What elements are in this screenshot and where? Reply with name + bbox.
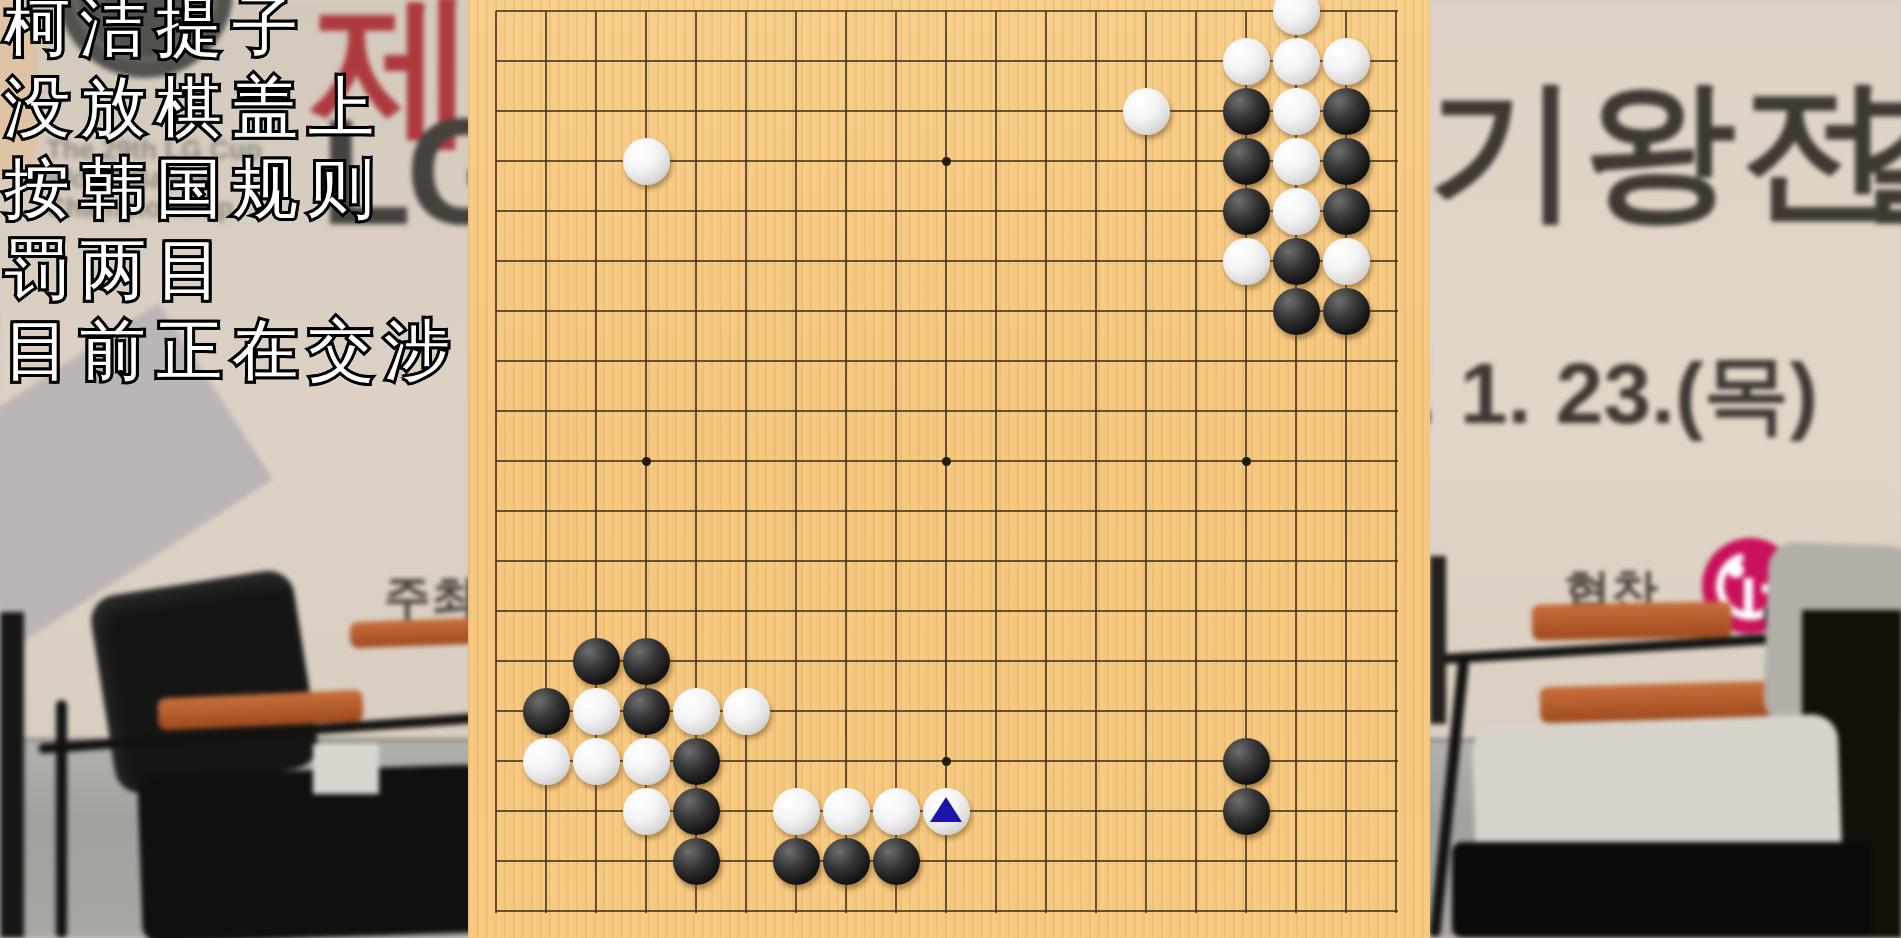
grid-line-h xyxy=(496,10,1398,12)
grid-line-v xyxy=(1145,11,1147,913)
banner-title-kiwangjeon: 기왕전 xyxy=(1428,48,1896,253)
white-stone-R17 xyxy=(1273,88,1320,135)
white-stone-S18 xyxy=(1323,38,1370,85)
white-stone-E5 xyxy=(673,688,720,735)
left-edge-chair-strip xyxy=(0,612,24,938)
white-stone-G3 xyxy=(773,788,820,835)
white-stone-C4 xyxy=(573,738,620,785)
grid-line-h xyxy=(496,310,1398,312)
white-stone-F5 xyxy=(723,688,770,735)
floor-light-patch xyxy=(313,744,379,794)
event-date: . 1. 23.(목) xyxy=(1412,336,1818,453)
right-chair-armrest xyxy=(1532,601,1733,640)
white-stone-R18 xyxy=(1273,38,1320,85)
white-stone-O17 xyxy=(1123,88,1170,135)
black-stone-R14 xyxy=(1273,238,1320,285)
grid-line-h xyxy=(496,360,1398,362)
grid-line-v xyxy=(1095,11,1097,913)
black-stone-D6 xyxy=(623,638,670,685)
grid-line-h xyxy=(496,910,1398,912)
black-stone-Q15 xyxy=(1223,188,1270,235)
white-stone-D3 xyxy=(623,788,670,835)
banner-title-partial: 결 xyxy=(1848,58,1901,254)
white-stone-R16 xyxy=(1273,138,1320,185)
star-point xyxy=(942,757,951,766)
star-point xyxy=(1242,457,1251,466)
white-stone-R15 xyxy=(1273,188,1320,235)
star-point xyxy=(942,457,951,466)
grid-line-v xyxy=(1195,11,1197,913)
grid-line-h xyxy=(496,610,1398,612)
white-stone-D4 xyxy=(623,738,670,785)
grid-line-v xyxy=(845,11,847,913)
right-edge-chair-strip xyxy=(1430,556,1446,724)
black-stone-S13 xyxy=(1323,288,1370,335)
black-stone-C6 xyxy=(573,638,620,685)
caption-overlay: 柯洁提子 没放棋盖上 按韩国规则 罚两目 目前正在交涉 xyxy=(4,0,460,391)
left-chair-frame-tube xyxy=(56,700,67,938)
grid-line-v xyxy=(1395,11,1397,913)
white-stone-D16 xyxy=(623,138,670,185)
black-stone-B5 xyxy=(523,688,570,735)
grid-line-h xyxy=(496,560,1398,562)
left-chair-armrest xyxy=(350,618,477,648)
white-stone-Q14 xyxy=(1223,238,1270,285)
caption-line: 柯洁提子 xyxy=(4,0,460,67)
black-stone-Q4 xyxy=(1223,738,1270,785)
left-chair-back xyxy=(88,567,322,797)
grid-line-h xyxy=(496,510,1398,512)
go-board xyxy=(468,0,1430,938)
black-stone-Q3 xyxy=(1223,788,1270,835)
grid-line-v xyxy=(495,11,497,913)
grid-line-h xyxy=(496,860,1398,862)
grid-line-v xyxy=(795,11,797,913)
grid-line-v xyxy=(895,11,897,913)
black-stone-S15 xyxy=(1323,188,1370,235)
grid-line-v xyxy=(745,11,747,913)
star-point xyxy=(942,157,951,166)
black-stone-E2 xyxy=(673,838,720,885)
white-stone-J3 xyxy=(873,788,920,835)
black-stone-D5 xyxy=(623,688,670,735)
caption-line: 没放棋盖上 xyxy=(4,67,460,148)
grid-line-v xyxy=(995,11,997,913)
white-stone-Q18 xyxy=(1223,38,1270,85)
caption-line: 按韩国规则 xyxy=(4,148,460,229)
black-stone-E4 xyxy=(673,738,720,785)
black-stone-E3 xyxy=(673,788,720,835)
black-stone-S16 xyxy=(1323,138,1370,185)
black-stone-S17 xyxy=(1323,88,1370,135)
grid-line-v xyxy=(1045,11,1047,913)
star-point xyxy=(642,457,651,466)
caption-line: 罚两目 xyxy=(4,229,460,310)
white-stone-C5 xyxy=(573,688,620,735)
black-stone-J2 xyxy=(873,838,920,885)
black-stone-Q17 xyxy=(1223,88,1270,135)
caption-line: 目前正在交涉 xyxy=(4,310,460,391)
white-stone-B4 xyxy=(523,738,570,785)
black-stone-G2 xyxy=(773,838,820,885)
black-stone-R13 xyxy=(1273,288,1320,335)
white-stone-K3 xyxy=(923,788,970,835)
white-stone-S14 xyxy=(1323,238,1370,285)
grid-line-h xyxy=(496,410,1398,412)
right-chair-shadow xyxy=(1452,842,1872,938)
last-move-triangle-marker xyxy=(930,797,962,822)
white-stone-H3 xyxy=(823,788,870,835)
black-stone-Q16 xyxy=(1223,138,1270,185)
white-stone-R19 xyxy=(1273,0,1320,35)
black-stone-H2 xyxy=(823,838,870,885)
